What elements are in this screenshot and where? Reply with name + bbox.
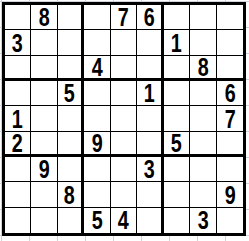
given-digit: 8: [197, 56, 208, 80]
given-digit: 3: [197, 208, 208, 233]
sudoku-cell-r3c3[interactable]: [58, 56, 84, 81]
sudoku-cell-r2c6[interactable]: [137, 30, 163, 55]
given-digit: 3: [12, 30, 23, 55]
sudoku-cell-r5c5[interactable]: [111, 106, 137, 131]
given-digit: 5: [64, 81, 75, 106]
given-digit: 4: [92, 56, 103, 80]
given-digit: 4: [118, 208, 129, 233]
sudoku-cell-r9c9[interactable]: [217, 208, 243, 233]
sudoku-cell-r9c1[interactable]: [5, 208, 31, 233]
sudoku-cell-r3c9[interactable]: [217, 56, 243, 81]
sudoku-cell-r9c2[interactable]: [31, 208, 57, 233]
sudoku-cell-r4c6[interactable]: 1: [137, 81, 163, 106]
sudoku-cell-r9c5[interactable]: 4: [111, 208, 137, 233]
sudoku-board: 8763148516172959389543: [2, 2, 246, 236]
sudoku-cell-r3c6[interactable]: [137, 56, 163, 81]
sudoku-cell-r6c9[interactable]: [217, 132, 243, 157]
sudoku-cell-r7c9[interactable]: [217, 157, 243, 182]
given-digit: 1: [143, 81, 154, 106]
sudoku-cell-r7c2[interactable]: 9: [31, 157, 57, 182]
sudoku-cell-r4c5[interactable]: [111, 81, 137, 106]
sudoku-cell-r7c3[interactable]: [58, 157, 84, 182]
given-digit: 9: [92, 132, 103, 156]
sudoku-cell-r6c7[interactable]: 5: [164, 132, 190, 157]
sudoku-cell-r8c3[interactable]: 8: [58, 182, 84, 207]
sudoku-cell-r2c7[interactable]: 1: [164, 30, 190, 55]
sudoku-cell-r1c1[interactable]: [5, 5, 31, 30]
sudoku-grid: 8763148516172959389543: [5, 5, 243, 233]
sudoku-cell-r4c8[interactable]: [190, 81, 216, 106]
sudoku-cell-r8c7[interactable]: [164, 182, 190, 207]
sudoku-cell-r2c8[interactable]: [190, 30, 216, 55]
given-digit: 1: [12, 106, 23, 131]
sudoku-cell-r7c6[interactable]: 3: [137, 157, 163, 182]
sudoku-cell-r4c7[interactable]: [164, 81, 190, 106]
sudoku-cell-r3c2[interactable]: [31, 56, 57, 81]
sudoku-cell-r8c9[interactable]: 9: [217, 182, 243, 207]
sudoku-cell-r5c6[interactable]: [137, 106, 163, 131]
given-digit: 5: [92, 208, 103, 233]
sudoku-cell-r1c8[interactable]: [190, 5, 216, 30]
sudoku-cell-r5c9[interactable]: 7: [217, 106, 243, 131]
sudoku-cell-r9c7[interactable]: [164, 208, 190, 233]
given-digit: 6: [143, 5, 154, 30]
sudoku-cell-r6c2[interactable]: [31, 132, 57, 157]
sudoku-cell-r1c2[interactable]: 8: [31, 5, 57, 30]
spreadsheet-background: 8763148516172959389543: [0, 0, 249, 241]
given-digit: 2: [12, 132, 23, 156]
sudoku-cell-r7c7[interactable]: [164, 157, 190, 182]
sudoku-cell-r6c8[interactable]: [190, 132, 216, 157]
sudoku-cell-r8c8[interactable]: [190, 182, 216, 207]
sudoku-cell-r4c4[interactable]: [84, 81, 110, 106]
sudoku-cell-r8c2[interactable]: [31, 182, 57, 207]
given-digit: 6: [224, 81, 235, 106]
given-digit: 7: [224, 106, 235, 131]
sudoku-cell-r7c5[interactable]: [111, 157, 137, 182]
sudoku-cell-r5c7[interactable]: [164, 106, 190, 131]
given-digit: 7: [118, 5, 129, 30]
sudoku-cell-r4c2[interactable]: [31, 81, 57, 106]
sudoku-cell-r1c3[interactable]: [58, 5, 84, 30]
sudoku-cell-r3c1[interactable]: [5, 56, 31, 81]
sudoku-cell-r3c8[interactable]: 8: [190, 56, 216, 81]
sudoku-cell-r4c3[interactable]: 5: [58, 81, 84, 106]
sudoku-cell-r3c7[interactable]: [164, 56, 190, 81]
sudoku-cell-r9c6[interactable]: [137, 208, 163, 233]
sudoku-cell-r2c2[interactable]: [31, 30, 57, 55]
sudoku-cell-r2c9[interactable]: [217, 30, 243, 55]
sudoku-cell-r2c4[interactable]: [84, 30, 110, 55]
sudoku-cell-r3c4[interactable]: 4: [84, 56, 110, 81]
sudoku-cell-r5c1[interactable]: 1: [5, 106, 31, 131]
sudoku-cell-r8c6[interactable]: [137, 182, 163, 207]
sudoku-cell-r1c4[interactable]: [84, 5, 110, 30]
sudoku-cell-r1c7[interactable]: [164, 5, 190, 30]
sudoku-cell-r5c4[interactable]: [84, 106, 110, 131]
sudoku-cell-r8c1[interactable]: [5, 182, 31, 207]
given-digit: 8: [64, 182, 75, 207]
sudoku-cell-r2c5[interactable]: [111, 30, 137, 55]
sudoku-cell-r1c5[interactable]: 7: [111, 5, 137, 30]
given-digit: 5: [171, 132, 182, 156]
sudoku-cell-r2c3[interactable]: [58, 30, 84, 55]
sudoku-cell-r5c2[interactable]: [31, 106, 57, 131]
sudoku-cell-r4c9[interactable]: 6: [217, 81, 243, 106]
sudoku-cell-r6c6[interactable]: [137, 132, 163, 157]
sudoku-cell-r9c4[interactable]: 5: [84, 208, 110, 233]
sudoku-cell-r6c4[interactable]: 9: [84, 132, 110, 157]
sudoku-cell-r7c4[interactable]: [84, 157, 110, 182]
sudoku-cell-r1c6[interactable]: 6: [137, 5, 163, 30]
sudoku-cell-r7c1[interactable]: [5, 157, 31, 182]
given-digit: 9: [224, 182, 235, 207]
sudoku-cell-r8c4[interactable]: [84, 182, 110, 207]
given-digit: 1: [171, 30, 182, 55]
sudoku-cell-r8c5[interactable]: [111, 182, 137, 207]
sudoku-cell-r2c1[interactable]: 3: [5, 30, 31, 55]
sudoku-cell-r6c1[interactable]: 2: [5, 132, 31, 157]
sudoku-cell-r5c8[interactable]: [190, 106, 216, 131]
given-digit: 3: [143, 157, 154, 182]
sudoku-cell-r6c3[interactable]: [58, 132, 84, 157]
given-digit: 8: [39, 5, 50, 30]
sudoku-cell-r3c5[interactable]: [111, 56, 137, 81]
sudoku-cell-r1c9[interactable]: [217, 5, 243, 30]
sudoku-cell-r9c3[interactable]: [58, 208, 84, 233]
given-digit: 9: [39, 157, 50, 182]
sudoku-cell-r9c8[interactable]: 3: [190, 208, 216, 233]
sudoku-cell-r7c8[interactable]: [190, 157, 216, 182]
sudoku-cell-r6c5[interactable]: [111, 132, 137, 157]
sudoku-cell-r4c1[interactable]: [5, 81, 31, 106]
sudoku-cell-r5c3[interactable]: [58, 106, 84, 131]
